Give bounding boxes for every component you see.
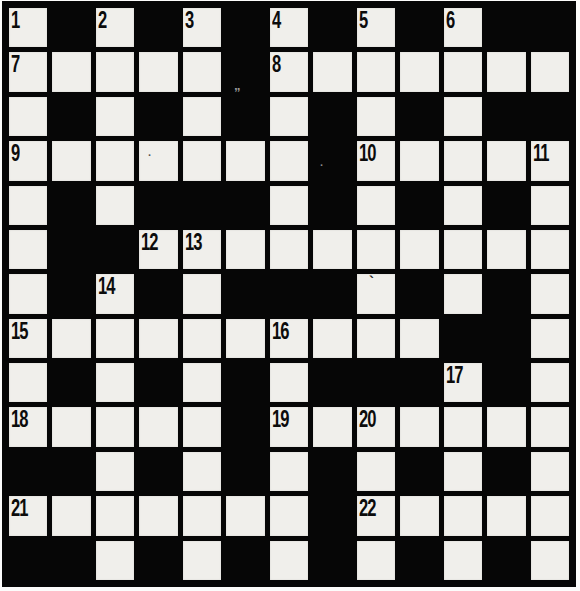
cell-r1c8[interactable] — [357, 52, 395, 91]
cell-r6c3 — [139, 274, 177, 313]
crossword-grid: 12345678910111213141516171819202122 — [2, 1, 576, 587]
cell-r10c10[interactable] — [444, 452, 482, 491]
cell-r5c2 — [96, 230, 134, 269]
cell-r1c12[interactable] — [531, 52, 569, 91]
cell-r8c6[interactable] — [270, 363, 308, 402]
cell-r0c12 — [531, 8, 569, 47]
cell-r9c9[interactable] — [400, 407, 438, 446]
cell-r6c0[interactable] — [9, 274, 47, 313]
cell-r7c6[interactable]: 16 — [270, 319, 308, 358]
clue-number-17: 17 — [446, 364, 462, 387]
cell-r9c11[interactable] — [487, 407, 525, 446]
cell-r2c12 — [531, 97, 569, 136]
cell-r4c10[interactable] — [444, 186, 482, 225]
cell-r5c9[interactable] — [400, 230, 438, 269]
cell-r2c1 — [52, 97, 90, 136]
cell-r10c6[interactable] — [270, 452, 308, 491]
cell-r7c11 — [487, 319, 525, 358]
clue-number-8: 8 — [272, 53, 280, 76]
cell-r12c6[interactable] — [270, 541, 308, 580]
clue-number-14: 14 — [98, 275, 114, 298]
cell-r10c7 — [313, 452, 351, 491]
cell-r10c12[interactable] — [531, 452, 569, 491]
cell-r12c3 — [139, 541, 177, 580]
cell-r11c0[interactable]: 21 — [9, 496, 47, 535]
clue-number-18: 18 — [11, 408, 27, 431]
cell-r3c11[interactable] — [487, 141, 525, 180]
cell-r10c0 — [9, 452, 47, 491]
cell-r9c0[interactable]: 18 — [9, 407, 47, 446]
cell-r1c2[interactable] — [96, 52, 134, 91]
cell-r1c10[interactable] — [444, 52, 482, 91]
cell-r4c3 — [139, 186, 177, 225]
cell-r8c9 — [400, 363, 438, 402]
cell-r4c8[interactable] — [357, 186, 395, 225]
cell-r10c3 — [139, 452, 177, 491]
clue-number-13: 13 — [185, 231, 201, 254]
cell-r2c0[interactable] — [9, 97, 47, 136]
cell-r11c1[interactable] — [52, 496, 90, 535]
cell-r3c7 — [313, 141, 351, 180]
cell-r4c9 — [400, 186, 438, 225]
cell-r0c7 — [313, 8, 351, 47]
cell-r4c12[interactable] — [531, 186, 569, 225]
cell-r4c5 — [226, 186, 264, 225]
cell-r7c10 — [444, 319, 482, 358]
cell-r9c7[interactable] — [313, 407, 351, 446]
cell-r7c8[interactable] — [357, 319, 395, 358]
cell-r0c4[interactable]: 3 — [183, 8, 221, 47]
cell-r11c6[interactable] — [270, 496, 308, 535]
cell-r5c8[interactable] — [357, 230, 395, 269]
cell-r12c7 — [313, 541, 351, 580]
cell-r3c9[interactable] — [400, 141, 438, 180]
cell-r8c12[interactable] — [531, 363, 569, 402]
cell-r1c6[interactable]: 8 — [270, 52, 308, 91]
cell-r10c11 — [487, 452, 525, 491]
cell-r8c5 — [226, 363, 264, 402]
cell-r12c2[interactable] — [96, 541, 134, 580]
cell-r12c8[interactable] — [357, 541, 395, 580]
cell-r6c2[interactable]: 14 — [96, 274, 134, 313]
cell-r11c3[interactable] — [139, 496, 177, 535]
cell-r11c7 — [313, 496, 351, 535]
cell-r3c1[interactable] — [52, 141, 90, 180]
cell-r0c3 — [139, 8, 177, 47]
clue-number-2: 2 — [98, 9, 106, 32]
cell-r9c3[interactable] — [139, 407, 177, 446]
cell-r10c5 — [226, 452, 264, 491]
clue-number-19: 19 — [272, 408, 288, 431]
clue-number-11: 11 — [533, 142, 548, 165]
cell-r12c1 — [52, 541, 90, 580]
cell-r9c10[interactable] — [444, 407, 482, 446]
cell-r8c3 — [139, 363, 177, 402]
cell-r5c3[interactable]: 12 — [139, 230, 177, 269]
cell-r2c7 — [313, 97, 351, 136]
cell-r5c12[interactable] — [531, 230, 569, 269]
cell-r7c9[interactable] — [400, 319, 438, 358]
clue-number-3: 3 — [185, 9, 193, 32]
cell-r0c9 — [400, 8, 438, 47]
cell-r6c10[interactable] — [444, 274, 482, 313]
clue-number-10: 10 — [359, 142, 375, 165]
cell-r1c9[interactable] — [400, 52, 438, 91]
cell-r12c0 — [9, 541, 47, 580]
cell-r8c7 — [313, 363, 351, 402]
cell-r1c5 — [226, 52, 264, 91]
cell-r2c8[interactable] — [357, 97, 395, 136]
cell-r9c8[interactable]: 20 — [357, 407, 395, 446]
clue-number-15: 15 — [11, 320, 27, 343]
cell-r12c11 — [487, 541, 525, 580]
cell-r6c7 — [313, 274, 351, 313]
cell-r6c12[interactable] — [531, 274, 569, 313]
cell-r9c4[interactable] — [183, 407, 221, 446]
clue-number-1: 1 — [11, 9, 19, 32]
cell-r11c9[interactable] — [400, 496, 438, 535]
cell-r4c6[interactable] — [270, 186, 308, 225]
cell-r3c2[interactable] — [96, 141, 134, 180]
cell-r12c5 — [226, 541, 264, 580]
cell-r3c4[interactable] — [183, 141, 221, 180]
cell-r0c10[interactable]: 6 — [444, 8, 482, 47]
cell-r6c4[interactable] — [183, 274, 221, 313]
cell-r3c3[interactable] — [139, 141, 177, 180]
cell-r8c11 — [487, 363, 525, 402]
cell-r1c7[interactable] — [313, 52, 351, 91]
cell-r8c1 — [52, 363, 90, 402]
cell-r7c1[interactable] — [52, 319, 90, 358]
clue-number-22: 22 — [359, 497, 375, 520]
cell-r4c0[interactable] — [9, 186, 47, 225]
cell-r8c0[interactable] — [9, 363, 47, 402]
cell-r6c6 — [270, 274, 308, 313]
cell-r0c6[interactable]: 4 — [270, 8, 308, 47]
cell-r4c7 — [313, 186, 351, 225]
cell-r6c1 — [52, 274, 90, 313]
cell-r2c9 — [400, 97, 438, 136]
cell-r2c6[interactable] — [270, 97, 308, 136]
cell-r5c1 — [52, 230, 90, 269]
cell-r5c7[interactable] — [313, 230, 351, 269]
cell-r5c4[interactable]: 13 — [183, 230, 221, 269]
clue-number-16: 16 — [272, 320, 288, 343]
cell-r7c12[interactable] — [531, 319, 569, 358]
cell-r11c5[interactable] — [226, 496, 264, 535]
cell-r10c4[interactable] — [183, 452, 221, 491]
cell-r3c8[interactable]: 10 — [357, 141, 395, 180]
cell-r3c5[interactable] — [226, 141, 264, 180]
clue-number-9: 9 — [11, 142, 19, 165]
cell-r9c12[interactable] — [531, 407, 569, 446]
clue-number-20: 20 — [359, 408, 375, 431]
cell-r4c2[interactable] — [96, 186, 134, 225]
cell-r1c1[interactable] — [52, 52, 90, 91]
cell-r0c5 — [226, 8, 264, 47]
cell-r2c3 — [139, 97, 177, 136]
cell-r11c4[interactable] — [183, 496, 221, 535]
cell-r6c8[interactable] — [357, 274, 395, 313]
cell-r11c10[interactable] — [444, 496, 482, 535]
cell-r2c11 — [487, 97, 525, 136]
cell-r0c1 — [52, 8, 90, 47]
clue-number-12: 12 — [141, 231, 157, 254]
clue-number-6: 6 — [446, 9, 454, 32]
cell-r3c10[interactable] — [444, 141, 482, 180]
cell-r3c6[interactable] — [270, 141, 308, 180]
cell-r9c1[interactable] — [52, 407, 90, 446]
clue-number-21: 21 — [11, 497, 27, 520]
cell-r8c10[interactable]: 17 — [444, 363, 482, 402]
clue-number-7: 7 — [11, 53, 19, 76]
cell-r7c2[interactable] — [96, 319, 134, 358]
cell-r11c11[interactable] — [487, 496, 525, 535]
cell-r9c2[interactable] — [96, 407, 134, 446]
cell-r4c4 — [183, 186, 221, 225]
cell-r12c9 — [400, 541, 438, 580]
cell-r6c11 — [487, 274, 525, 313]
cell-r0c11 — [487, 8, 525, 47]
cell-r4c11 — [487, 186, 525, 225]
clue-number-4: 4 — [272, 9, 280, 32]
cell-r2c5 — [226, 97, 264, 136]
cell-r9c5 — [226, 407, 264, 446]
cell-r5c10[interactable] — [444, 230, 482, 269]
cell-r0c2[interactable]: 2 — [96, 8, 134, 47]
cell-r12c10[interactable] — [444, 541, 482, 580]
cell-r12c4[interactable] — [183, 541, 221, 580]
cell-r2c2[interactable] — [96, 97, 134, 136]
cell-r11c12[interactable] — [531, 496, 569, 535]
cell-r8c2[interactable] — [96, 363, 134, 402]
cell-r8c4[interactable] — [183, 363, 221, 402]
cell-r7c3[interactable] — [139, 319, 177, 358]
cell-r0c0[interactable]: 1 — [9, 8, 47, 47]
cell-r6c9 — [400, 274, 438, 313]
cell-r5c5[interactable] — [226, 230, 264, 269]
cell-r5c0[interactable] — [9, 230, 47, 269]
cell-r0c8[interactable]: 5 — [357, 8, 395, 47]
cell-r9c6[interactable]: 19 — [270, 407, 308, 446]
cell-r1c4[interactable] — [183, 52, 221, 91]
cell-r3c12[interactable]: 11 — [531, 141, 569, 180]
cell-r10c9 — [400, 452, 438, 491]
cell-r2c10[interactable] — [444, 97, 482, 136]
cell-r11c8[interactable]: 22 — [357, 496, 395, 535]
cell-r2c4[interactable] — [183, 97, 221, 136]
cell-r7c4[interactable] — [183, 319, 221, 358]
cell-r7c5[interactable] — [226, 319, 264, 358]
cell-r5c11[interactable] — [487, 230, 525, 269]
cell-r3c0[interactable]: 9 — [9, 141, 47, 180]
cell-r11c2[interactable] — [96, 496, 134, 535]
cell-r1c0[interactable]: 7 — [9, 52, 47, 91]
cell-r6c5 — [226, 274, 264, 313]
cell-r7c0[interactable]: 15 — [9, 319, 47, 358]
cell-r1c3[interactable] — [139, 52, 177, 91]
cell-r8c8 — [357, 363, 395, 402]
cell-r10c2[interactable] — [96, 452, 134, 491]
cell-r1c11[interactable] — [487, 52, 525, 91]
cell-r12c12[interactable] — [531, 541, 569, 580]
cell-r10c1 — [52, 452, 90, 491]
cell-r7c7[interactable] — [313, 319, 351, 358]
cell-r5c6[interactable] — [270, 230, 308, 269]
cell-r4c1 — [52, 186, 90, 225]
cell-r10c8[interactable] — [357, 452, 395, 491]
clue-number-5: 5 — [359, 9, 367, 32]
